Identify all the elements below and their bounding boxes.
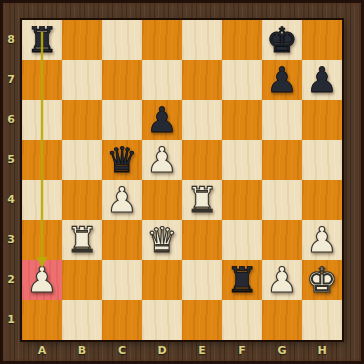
file-label-a: A (22, 341, 62, 360)
square-e1[interactable] (182, 300, 222, 340)
piece-black-king[interactable]: ♚ (262, 20, 302, 60)
file-label-d: D (142, 341, 182, 360)
square-a2[interactable]: ♟ (22, 260, 62, 300)
square-b2[interactable] (62, 260, 102, 300)
rank-label-8: 8 (2, 20, 20, 60)
piece-white-pawn[interactable]: ♟ (102, 180, 142, 220)
square-h4[interactable] (302, 180, 342, 220)
square-h1[interactable] (302, 300, 342, 340)
piece-black-pawn[interactable]: ♟ (262, 60, 302, 100)
square-c2[interactable] (102, 260, 142, 300)
file-label-f: F (222, 341, 262, 360)
piece-white-king[interactable]: ♚ (302, 260, 342, 300)
square-f7[interactable] (222, 60, 262, 100)
file-label-h: H (302, 341, 342, 360)
square-g4[interactable] (262, 180, 302, 220)
square-g5[interactable] (262, 140, 302, 180)
square-d8[interactable] (142, 20, 182, 60)
square-e6[interactable] (182, 100, 222, 140)
square-c1[interactable] (102, 300, 142, 340)
piece-black-queen[interactable]: ♛ (102, 140, 142, 180)
square-g2[interactable]: ♟ (262, 260, 302, 300)
square-a3[interactable] (22, 220, 62, 260)
square-c7[interactable] (102, 60, 142, 100)
square-c3[interactable] (102, 220, 142, 260)
square-e8[interactable] (182, 20, 222, 60)
square-h7[interactable]: ♟ (302, 60, 342, 100)
file-label-b: B (62, 341, 102, 360)
chess-board: ♜♚♟♟♟♛♟♟♜♜♛♟♟♜♟♚ (22, 20, 342, 340)
square-c6[interactable] (102, 100, 142, 140)
square-h2[interactable]: ♚ (302, 260, 342, 300)
square-f1[interactable] (222, 300, 262, 340)
square-c4[interactable]: ♟ (102, 180, 142, 220)
rank-label-3: 3 (2, 220, 20, 260)
square-d6[interactable]: ♟ (142, 100, 182, 140)
piece-white-pawn[interactable]: ♟ (262, 260, 302, 300)
board-frame: ♜♚♟♟♟♛♟♟♜♜♛♟♟♜♟♚ 87654321 ABCDEFGH (0, 0, 364, 364)
square-b3[interactable]: ♜ (62, 220, 102, 260)
square-d5[interactable]: ♟ (142, 140, 182, 180)
square-e4[interactable]: ♜ (182, 180, 222, 220)
piece-black-pawn[interactable]: ♟ (302, 60, 342, 100)
square-d2[interactable] (142, 260, 182, 300)
square-b4[interactable] (62, 180, 102, 220)
rank-label-6: 6 (2, 100, 20, 140)
piece-white-pawn[interactable]: ♟ (22, 260, 62, 300)
square-f2[interactable]: ♜ (222, 260, 262, 300)
square-d7[interactable] (142, 60, 182, 100)
square-h3[interactable]: ♟ (302, 220, 342, 260)
piece-white-rook[interactable]: ♜ (62, 220, 102, 260)
rank-label-2: 2 (2, 260, 20, 300)
square-d1[interactable] (142, 300, 182, 340)
square-b6[interactable] (62, 100, 102, 140)
square-f5[interactable] (222, 140, 262, 180)
rank-label-7: 7 (2, 60, 20, 100)
rank-label-1: 1 (2, 300, 20, 340)
rank-label-4: 4 (2, 180, 20, 220)
file-label-c: C (102, 341, 142, 360)
square-f3[interactable] (222, 220, 262, 260)
piece-black-pawn[interactable]: ♟ (142, 100, 182, 140)
square-e3[interactable] (182, 220, 222, 260)
square-e5[interactable] (182, 140, 222, 180)
piece-white-queen[interactable]: ♛ (142, 220, 182, 260)
square-d4[interactable] (142, 180, 182, 220)
square-f4[interactable] (222, 180, 262, 220)
square-a5[interactable] (22, 140, 62, 180)
square-g8[interactable]: ♚ (262, 20, 302, 60)
file-label-e: E (182, 341, 222, 360)
piece-black-rook[interactable]: ♜ (222, 260, 262, 300)
square-f6[interactable] (222, 100, 262, 140)
square-b8[interactable] (62, 20, 102, 60)
square-b1[interactable] (62, 300, 102, 340)
square-g6[interactable] (262, 100, 302, 140)
square-c5[interactable]: ♛ (102, 140, 142, 180)
square-b5[interactable] (62, 140, 102, 180)
piece-white-pawn[interactable]: ♟ (302, 220, 342, 260)
piece-black-rook[interactable]: ♜ (22, 20, 62, 60)
square-e2[interactable] (182, 260, 222, 300)
square-a7[interactable] (22, 60, 62, 100)
square-a6[interactable] (22, 100, 62, 140)
piece-white-pawn[interactable]: ♟ (142, 140, 182, 180)
square-b7[interactable] (62, 60, 102, 100)
piece-white-rook[interactable]: ♜ (182, 180, 222, 220)
square-c8[interactable] (102, 20, 142, 60)
square-a8[interactable]: ♜ (22, 20, 62, 60)
square-h5[interactable] (302, 140, 342, 180)
rank-label-5: 5 (2, 140, 20, 180)
square-h6[interactable] (302, 100, 342, 140)
square-g3[interactable] (262, 220, 302, 260)
square-g7[interactable]: ♟ (262, 60, 302, 100)
square-a1[interactable] (22, 300, 62, 340)
square-g1[interactable] (262, 300, 302, 340)
square-f8[interactable] (222, 20, 262, 60)
square-e7[interactable] (182, 60, 222, 100)
file-label-g: G (262, 341, 302, 360)
square-h8[interactable] (302, 20, 342, 60)
square-d3[interactable]: ♛ (142, 220, 182, 260)
square-a4[interactable] (22, 180, 62, 220)
